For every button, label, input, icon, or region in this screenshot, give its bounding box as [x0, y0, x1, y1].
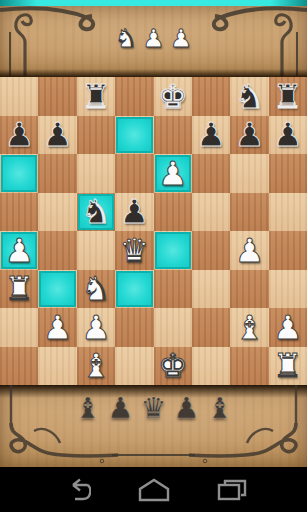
- piece-white-pawn[interactable]: ♟: [0, 231, 38, 270]
- captured-white-knight: ♞: [115, 26, 137, 51]
- square-h3[interactable]: [269, 270, 307, 309]
- piece-white-bishop[interactable]: ♝: [77, 347, 115, 386]
- home-button[interactable]: [137, 477, 171, 503]
- square-d7[interactable]: [115, 116, 153, 155]
- square-g5[interactable]: [230, 193, 268, 232]
- square-c7[interactable]: [77, 116, 115, 155]
- back-icon: [61, 478, 91, 502]
- square-g8[interactable]: ♞: [230, 77, 268, 116]
- square-d3[interactable]: [115, 270, 153, 309]
- piece-black-pawn[interactable]: ♟: [269, 116, 307, 155]
- square-a5[interactable]: [0, 193, 38, 232]
- square-a4[interactable]: ♟: [0, 231, 38, 270]
- piece-black-pawn[interactable]: ♟: [38, 116, 76, 155]
- piece-white-pawn[interactable]: ♟: [77, 308, 115, 347]
- square-h5[interactable]: [269, 193, 307, 232]
- piece-black-pawn[interactable]: ♟: [192, 116, 230, 155]
- recents-button[interactable]: [215, 477, 249, 503]
- square-c5[interactable]: ♞: [77, 193, 115, 232]
- square-e6[interactable]: ♟: [154, 154, 192, 193]
- square-d2[interactable]: [115, 308, 153, 347]
- square-f4[interactable]: [192, 231, 230, 270]
- square-c8[interactable]: ♜: [77, 77, 115, 116]
- captured-black-pawn: ♟: [108, 394, 134, 423]
- square-b7[interactable]: ♟: [38, 116, 76, 155]
- piece-white-queen[interactable]: ♛: [115, 231, 153, 270]
- square-c4[interactable]: [77, 231, 115, 270]
- square-b6[interactable]: [38, 154, 76, 193]
- square-f5[interactable]: [192, 193, 230, 232]
- square-g2[interactable]: ♝: [230, 308, 268, 347]
- home-icon: [138, 478, 170, 502]
- piece-white-pawn[interactable]: ♟: [154, 154, 192, 193]
- captured-black-queen: ♛: [141, 394, 167, 423]
- piece-black-rook[interactable]: ♜: [77, 77, 115, 116]
- square-d1[interactable]: [115, 347, 153, 386]
- app-screen: ♞♟♟ ♜♚♞♜♟♟♟♟♟♟♞♟♟♛♟♜♞♟♟♝♟♝♚♜ ♝♟♛♟♝: [0, 0, 307, 512]
- square-e8[interactable]: ♚: [154, 77, 192, 116]
- captured-white-pawn: ♟: [142, 26, 164, 51]
- piece-black-knight[interactable]: ♞: [77, 193, 115, 232]
- square-e5[interactable]: [154, 193, 192, 232]
- square-b8[interactable]: [38, 77, 76, 116]
- piece-white-pawn[interactable]: ♟: [269, 308, 307, 347]
- bottom-frame: ♝♟♛♟♝: [0, 385, 307, 467]
- captured-black-bishop: ♝: [207, 394, 233, 423]
- square-g4[interactable]: ♟: [230, 231, 268, 270]
- square-a6[interactable]: [0, 154, 38, 193]
- square-b4[interactable]: [38, 231, 76, 270]
- captured-white-tray: ♞♟♟: [115, 26, 192, 51]
- square-h4[interactable]: [269, 231, 307, 270]
- square-f3[interactable]: [192, 270, 230, 309]
- square-f1[interactable]: [192, 347, 230, 386]
- square-a1[interactable]: [0, 347, 38, 386]
- square-e3[interactable]: [154, 270, 192, 309]
- square-g6[interactable]: [230, 154, 268, 193]
- square-d8[interactable]: [115, 77, 153, 116]
- square-d6[interactable]: [115, 154, 153, 193]
- piece-black-pawn[interactable]: ♟: [0, 116, 38, 155]
- piece-black-knight[interactable]: ♞: [230, 77, 268, 116]
- square-h7[interactable]: ♟: [269, 116, 307, 155]
- captured-black-tray: ♝♟♛♟♝: [75, 394, 233, 423]
- square-b1[interactable]: [38, 347, 76, 386]
- square-d5[interactable]: ♟: [115, 193, 153, 232]
- captured-black-bishop: ♝: [75, 394, 101, 423]
- piece-black-pawn[interactable]: ♟: [230, 116, 268, 155]
- top-frame: ♞♟♟: [0, 6, 307, 77]
- square-h6[interactable]: [269, 154, 307, 193]
- square-a2[interactable]: [0, 308, 38, 347]
- piece-white-rook[interactable]: ♜: [269, 347, 307, 386]
- square-h1[interactable]: ♜: [269, 347, 307, 386]
- piece-white-bishop[interactable]: ♝: [230, 308, 268, 347]
- piece-white-pawn[interactable]: ♟: [38, 308, 76, 347]
- square-f8[interactable]: [192, 77, 230, 116]
- piece-white-knight[interactable]: ♞: [77, 270, 115, 309]
- piece-white-rook[interactable]: ♜: [0, 270, 38, 309]
- square-e1[interactable]: ♚: [154, 347, 192, 386]
- recents-icon: [216, 478, 248, 502]
- square-g7[interactable]: ♟: [230, 116, 268, 155]
- piece-white-pawn[interactable]: ♟: [230, 231, 268, 270]
- square-h8[interactable]: ♜: [269, 77, 307, 116]
- square-g3[interactable]: [230, 270, 268, 309]
- square-b3[interactable]: [38, 270, 76, 309]
- captured-white-pawn: ♟: [170, 26, 192, 51]
- square-c6[interactable]: [77, 154, 115, 193]
- piece-black-pawn[interactable]: ♟: [115, 193, 153, 232]
- piece-white-king[interactable]: ♚: [154, 347, 192, 386]
- square-g1[interactable]: [230, 347, 268, 386]
- piece-black-rook[interactable]: ♜: [269, 77, 307, 116]
- square-e7[interactable]: [154, 116, 192, 155]
- back-button[interactable]: [59, 477, 93, 503]
- square-b5[interactable]: [38, 193, 76, 232]
- square-a8[interactable]: [0, 77, 38, 116]
- android-navbar: [0, 467, 307, 512]
- square-b2[interactable]: ♟: [38, 308, 76, 347]
- square-a7[interactable]: ♟: [0, 116, 38, 155]
- square-e4[interactable]: [154, 231, 192, 270]
- square-d4[interactable]: ♛: [115, 231, 153, 270]
- square-h2[interactable]: ♟: [269, 308, 307, 347]
- captured-black-pawn: ♟: [174, 394, 200, 423]
- square-c3[interactable]: ♞: [77, 270, 115, 309]
- square-f7[interactable]: ♟: [192, 116, 230, 155]
- square-c1[interactable]: ♝: [77, 347, 115, 386]
- square-a3[interactable]: ♜: [0, 270, 38, 309]
- square-e2[interactable]: [154, 308, 192, 347]
- piece-black-king[interactable]: ♚: [154, 77, 192, 116]
- chess-board[interactable]: ♜♚♞♜♟♟♟♟♟♟♞♟♟♛♟♜♞♟♟♝♟♝♚♜: [0, 77, 307, 385]
- square-f6[interactable]: [192, 154, 230, 193]
- square-c2[interactable]: ♟: [77, 308, 115, 347]
- square-f2[interactable]: [192, 308, 230, 347]
